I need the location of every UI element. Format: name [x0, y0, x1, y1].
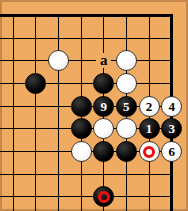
stone-white: [116, 50, 137, 71]
move-number-label: 9: [100, 100, 107, 113]
move-number-label: 6: [168, 145, 175, 158]
move-number-label: 4: [168, 100, 175, 113]
point-label-a: a: [96, 53, 111, 68]
stone-white: [116, 73, 137, 94]
board-edge-line-top: [0, 14, 173, 17]
board-line-vertical: [58, 14, 59, 211]
stone-white: [48, 50, 69, 71]
stone-black: [25, 73, 46, 94]
stone-white: [116, 118, 137, 139]
stone-black: [71, 118, 92, 139]
board-line-horizontal: [0, 60, 173, 61]
stone-white-move-4: 4: [161, 96, 182, 117]
stone-black: [93, 141, 114, 162]
stone-black-move-9: 9: [93, 96, 114, 117]
go-board-diagram: 9524136a: [0, 0, 188, 211]
stone-black: [93, 73, 114, 94]
board-line-vertical: [35, 14, 36, 211]
stone-white-move-6: 6: [161, 141, 182, 162]
board-line-horizontal: [0, 38, 173, 39]
stone-white: [93, 118, 114, 139]
move-number-label: 1: [146, 122, 153, 135]
stone-white-move-2: 2: [139, 96, 160, 117]
stone-white-circled: [139, 141, 160, 162]
frame-top: [0, 0, 188, 2]
stone-black: [71, 96, 92, 117]
frame-right: [186, 0, 188, 211]
stone-black-move-5: 5: [116, 96, 137, 117]
move-number-label: 3: [168, 122, 175, 135]
circle-marker-icon: [98, 191, 110, 203]
board-line-vertical: [13, 14, 14, 211]
board-line-horizontal: [0, 196, 173, 197]
stone-white: [71, 141, 92, 162]
move-number-label: 2: [146, 100, 153, 113]
board-line-horizontal: [0, 174, 173, 175]
stone-black: [116, 141, 137, 162]
stone-black-move-1: 1: [139, 118, 160, 139]
move-number-label: 5: [123, 100, 130, 113]
frame-bottom: [0, 209, 188, 211]
circle-marker-icon: [143, 146, 155, 158]
stone-black-move-3: 3: [161, 118, 182, 139]
stone-black-circled: [93, 186, 114, 207]
